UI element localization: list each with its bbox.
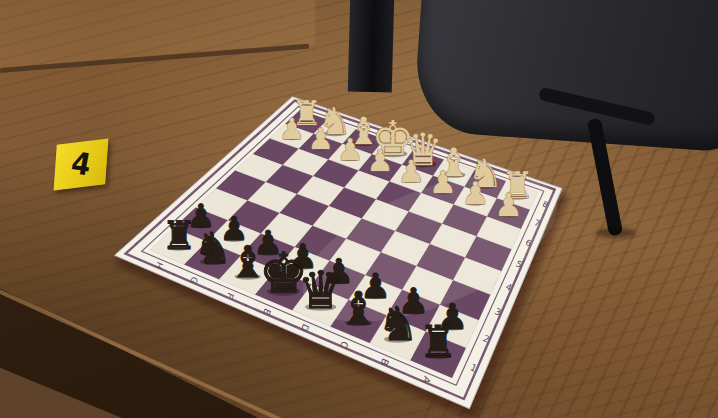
border-dot — [516, 276, 518, 278]
black-knight-g1[interactable]: ♞ — [193, 223, 232, 273]
border-dot — [283, 321, 285, 323]
border-dot — [445, 390, 447, 392]
white-pawn-a7[interactable]: ♟ — [494, 187, 522, 223]
border-dot — [181, 201, 183, 203]
border-dot — [202, 182, 204, 184]
tournament-table-scene: 4 ABCDEFGH12345678♜♞♟♝♟♚♟♛♟♝♟♞♟♜♟♟♟♟♜♟♞♟… — [0, 0, 718, 418]
border-dot — [402, 372, 404, 374]
black-rook-a1[interactable]: ♜ — [419, 317, 458, 367]
white-pawn-b7[interactable]: ♟ — [461, 175, 489, 211]
border-dot — [139, 259, 141, 261]
border-dot — [135, 243, 137, 245]
border-dot — [273, 119, 275, 121]
white-pawn-c7[interactable]: ♟ — [429, 164, 457, 200]
border-dot — [482, 354, 484, 356]
white-pawn-d7[interactable]: ♟ — [398, 154, 425, 189]
white-pawn-h7[interactable]: ♟ — [279, 112, 305, 146]
border-dot — [209, 289, 211, 291]
chess-board[interactable]: ABCDEFGH12345678♜♞♟♝♟♚♟♛♟♝♟♞♟♜♟♟♟♟♜♟♞♟♝♟… — [0, 0, 718, 418]
border-dot — [222, 165, 224, 167]
border-dot — [245, 304, 247, 306]
border-dot — [321, 337, 323, 339]
border-dot — [505, 300, 507, 302]
border-dot — [173, 273, 175, 275]
black-rook-h1[interactable]: ♜ — [161, 213, 196, 258]
white-pawn-g7[interactable]: ♟ — [307, 122, 333, 156]
black-bishop-c1[interactable]: ♝ — [338, 282, 379, 335]
border-dot — [494, 326, 496, 328]
border-dot — [240, 149, 242, 151]
border-dot — [361, 354, 363, 356]
black-queen-d1[interactable]: ♛ — [297, 260, 343, 320]
border-dot — [288, 105, 290, 107]
white-pawn-f7[interactable]: ♟ — [337, 132, 364, 167]
border-dot — [469, 385, 471, 387]
border-dot — [257, 133, 259, 135]
white-pawn-e7[interactable]: ♟ — [367, 143, 394, 178]
black-knight-b1[interactable]: ♞ — [377, 297, 419, 351]
